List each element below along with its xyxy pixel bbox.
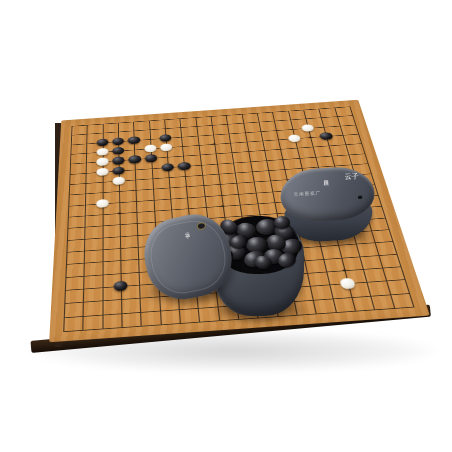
bowl-lid-upturned[interactable]: 云子 [137,208,238,306]
lid-vent-dot [357,196,362,200]
star-point [309,136,312,138]
upturned-lid-face: 云子 [137,208,238,306]
lid-maker-text: 云南围棋厂 [293,190,321,196]
upturned-lid-bevel [144,215,231,299]
star-point [343,269,347,271]
go-scene: 云子 围棋 云南围棋厂 云子 [0,0,452,452]
black-stone-in-bowl [274,216,290,229]
lid-brand-text: 云子 [344,173,358,181]
